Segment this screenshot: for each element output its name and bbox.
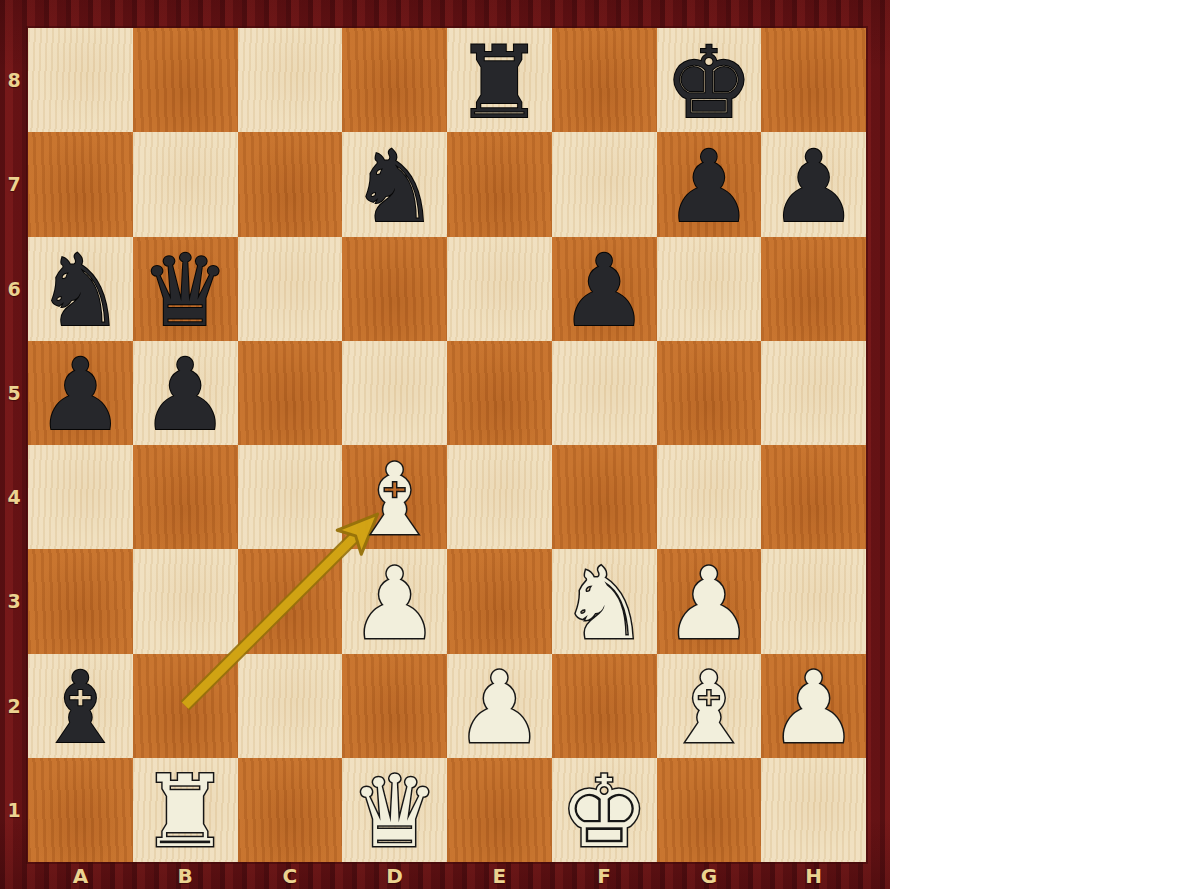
piece-white-bishop-d4[interactable]: ♝ [350,450,439,549]
square-h5[interactable] [761,341,866,445]
square-a8[interactable] [28,28,133,132]
square-d5[interactable] [342,341,447,445]
square-a1[interactable] [28,758,133,862]
rank-label-2: 2 [0,654,28,758]
piece-black-pawn-h7[interactable]: ♟ [769,137,858,236]
square-f8[interactable] [552,28,657,132]
square-g2[interactable]: ♝ [657,654,762,758]
square-e1[interactable] [447,758,552,862]
square-e3[interactable] [447,549,552,653]
square-f7[interactable] [552,132,657,236]
square-h1[interactable] [761,758,866,862]
rank-label-7: 7 [0,132,28,236]
file-label-a: A [28,862,133,889]
rank-label-5: 5 [0,341,28,445]
square-b1[interactable]: ♜ [133,758,238,862]
rank-labels: 87654321 [0,28,28,862]
square-h8[interactable] [761,28,866,132]
square-f1[interactable]: ♚ [552,758,657,862]
square-h7[interactable]: ♟ [761,132,866,236]
chess-board: 87654321 ABCDEFGH ♜♚♞♟♟♞♛♟♟♟♝♟♞♟♝♟♝♟♜♛♚ [0,0,890,889]
square-b2[interactable] [133,654,238,758]
square-c8[interactable] [238,28,343,132]
piece-white-pawn-h2[interactable]: ♟ [769,658,858,757]
square-f6[interactable]: ♟ [552,237,657,341]
square-f5[interactable] [552,341,657,445]
square-e2[interactable]: ♟ [447,654,552,758]
square-f2[interactable] [552,654,657,758]
piece-white-bishop-g2[interactable]: ♝ [664,658,753,757]
rank-label-1: 1 [0,758,28,862]
piece-white-rook-b1[interactable]: ♜ [141,762,230,861]
piece-white-queen-d1[interactable]: ♛ [350,762,439,861]
square-b8[interactable] [133,28,238,132]
square-g5[interactable] [657,341,762,445]
square-h3[interactable] [761,549,866,653]
square-a6[interactable]: ♞ [28,237,133,341]
file-label-h: H [761,862,866,889]
square-d8[interactable] [342,28,447,132]
square-f3[interactable]: ♞ [552,549,657,653]
square-c6[interactable] [238,237,343,341]
square-a2[interactable]: ♝ [28,654,133,758]
square-e8[interactable]: ♜ [447,28,552,132]
square-c4[interactable] [238,445,343,549]
square-d4[interactable]: ♝ [342,445,447,549]
square-g6[interactable] [657,237,762,341]
piece-white-pawn-g3[interactable]: ♟ [664,554,753,653]
piece-white-pawn-e2[interactable]: ♟ [455,658,544,757]
square-e6[interactable] [447,237,552,341]
rank-label-4: 4 [0,445,28,549]
square-h4[interactable] [761,445,866,549]
piece-white-knight-f3[interactable]: ♞ [560,554,649,653]
rank-label-6: 6 [0,237,28,341]
square-c7[interactable] [238,132,343,236]
square-g1[interactable] [657,758,762,862]
piece-black-king-g8[interactable]: ♚ [664,33,753,132]
square-e7[interactable] [447,132,552,236]
piece-white-king-f1[interactable]: ♚ [560,762,649,861]
square-f4[interactable] [552,445,657,549]
square-a7[interactable] [28,132,133,236]
square-d7[interactable]: ♞ [342,132,447,236]
piece-black-knight-d7[interactable]: ♞ [350,137,439,236]
square-b3[interactable] [133,549,238,653]
piece-black-pawn-b5[interactable]: ♟ [141,345,230,444]
square-g8[interactable]: ♚ [657,28,762,132]
square-b4[interactable] [133,445,238,549]
rank-label-3: 3 [0,549,28,653]
square-d2[interactable] [342,654,447,758]
square-e4[interactable] [447,445,552,549]
square-c1[interactable] [238,758,343,862]
square-g3[interactable]: ♟ [657,549,762,653]
piece-black-queen-b6[interactable]: ♛ [141,241,230,340]
piece-black-pawn-a5[interactable]: ♟ [36,345,125,444]
square-a3[interactable] [28,549,133,653]
square-h2[interactable]: ♟ [761,654,866,758]
square-h6[interactable] [761,237,866,341]
square-c3[interactable] [238,549,343,653]
piece-black-pawn-f6[interactable]: ♟ [560,241,649,340]
play-area: ♜♚♞♟♟♞♛♟♟♟♝♟♞♟♝♟♝♟♜♛♚ [28,28,866,862]
square-b6[interactable]: ♛ [133,237,238,341]
piece-white-pawn-d3[interactable]: ♟ [350,554,439,653]
file-label-c: C [238,862,343,889]
rank-label-8: 8 [0,28,28,132]
square-e5[interactable] [447,341,552,445]
square-d6[interactable] [342,237,447,341]
piece-black-pawn-g7[interactable]: ♟ [664,137,753,236]
square-d3[interactable]: ♟ [342,549,447,653]
square-g7[interactable]: ♟ [657,132,762,236]
file-label-e: E [447,862,552,889]
square-d1[interactable]: ♛ [342,758,447,862]
square-c2[interactable] [238,654,343,758]
square-g4[interactable] [657,445,762,549]
square-a5[interactable]: ♟ [28,341,133,445]
square-c5[interactable] [238,341,343,445]
square-b7[interactable] [133,132,238,236]
piece-black-knight-a6[interactable]: ♞ [36,241,125,340]
square-b5[interactable]: ♟ [133,341,238,445]
piece-black-rook-e8[interactable]: ♜ [455,33,544,132]
square-a4[interactable] [28,445,133,549]
file-label-g: G [657,862,762,889]
piece-black-bishop-a2[interactable]: ♝ [36,658,125,757]
